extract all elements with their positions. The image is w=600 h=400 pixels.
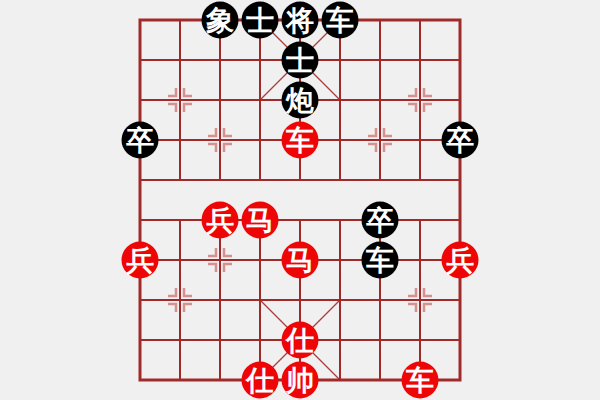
piece-red-chariot[interactable]: 车 bbox=[402, 362, 439, 399]
piece-red-soldier[interactable]: 兵 bbox=[202, 202, 239, 239]
pieces-layer: 象士将车士炮卒车卒兵马卒兵马车兵仕仕帅车 bbox=[0, 0, 600, 400]
piece-red-soldier[interactable]: 兵 bbox=[122, 242, 159, 279]
piece-black-chariot[interactable]: 车 bbox=[322, 2, 359, 39]
piece-red-horse[interactable]: 马 bbox=[242, 202, 279, 239]
piece-black-advisor[interactable]: 士 bbox=[282, 42, 319, 79]
piece-black-soldier[interactable]: 卒 bbox=[442, 122, 479, 159]
piece-red-advisor[interactable]: 仕 bbox=[282, 322, 319, 359]
piece-black-general[interactable]: 将 bbox=[282, 2, 319, 39]
piece-red-soldier[interactable]: 兵 bbox=[442, 242, 479, 279]
piece-black-elephant[interactable]: 象 bbox=[202, 2, 239, 39]
piece-red-general[interactable]: 帅 bbox=[282, 362, 319, 399]
piece-red-chariot[interactable]: 车 bbox=[282, 122, 319, 159]
piece-black-cannon[interactable]: 炮 bbox=[282, 82, 319, 119]
piece-red-horse[interactable]: 马 bbox=[282, 242, 319, 279]
piece-black-soldier[interactable]: 卒 bbox=[122, 122, 159, 159]
xiangqi-board[interactable]: 象士将车士炮卒车卒兵马卒兵马车兵仕仕帅车 bbox=[0, 0, 600, 400]
piece-black-chariot[interactable]: 车 bbox=[362, 242, 399, 279]
piece-black-soldier[interactable]: 卒 bbox=[362, 202, 399, 239]
piece-black-advisor[interactable]: 士 bbox=[242, 2, 279, 39]
piece-red-advisor[interactable]: 仕 bbox=[242, 362, 279, 399]
